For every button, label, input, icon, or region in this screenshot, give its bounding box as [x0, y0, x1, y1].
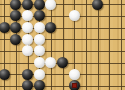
- board-gridline-horizontal: [0, 74, 125, 75]
- black-stone: [45, 22, 56, 33]
- white-stone: [22, 45, 33, 56]
- board-gridline-vertical: [86, 0, 87, 90]
- go-board[interactable]: [0, 0, 125, 90]
- black-stone: [34, 0, 45, 10]
- white-stone: [22, 22, 33, 33]
- white-stone: [34, 45, 45, 56]
- white-stone: [69, 69, 80, 80]
- board-gridline-vertical: [98, 0, 99, 90]
- white-stone: [34, 34, 45, 45]
- white-stone: [45, 57, 56, 68]
- last-move-marker: [72, 83, 77, 88]
- white-stone: [34, 57, 45, 68]
- black-stone: [10, 34, 21, 45]
- white-stone: [45, 0, 56, 10]
- black-stone: [57, 57, 68, 68]
- black-stone: [34, 80, 45, 90]
- black-stone: [34, 10, 45, 21]
- board-gridline-horizontal: [0, 86, 125, 87]
- black-stone: [10, 22, 21, 33]
- black-stone: [0, 22, 10, 33]
- board-gridline-vertical: [63, 0, 64, 90]
- black-stone: [0, 69, 10, 80]
- white-stone: [34, 69, 45, 80]
- white-stone: [69, 10, 80, 21]
- board-gridline-vertical: [51, 0, 52, 90]
- board-gridline-vertical: [109, 0, 110, 90]
- black-stone: [10, 10, 21, 21]
- board-gridline-vertical: [121, 0, 122, 90]
- black-stone: [22, 69, 33, 80]
- black-stone: [22, 80, 33, 90]
- black-stone: [10, 0, 21, 10]
- black-stone: [92, 0, 103, 10]
- white-stone: [34, 22, 45, 33]
- board-gridline-horizontal: [0, 51, 125, 52]
- screenshot-root: [0, 0, 125, 90]
- white-stone: [22, 34, 33, 45]
- black-stone: [22, 0, 33, 10]
- white-stone: [22, 10, 33, 21]
